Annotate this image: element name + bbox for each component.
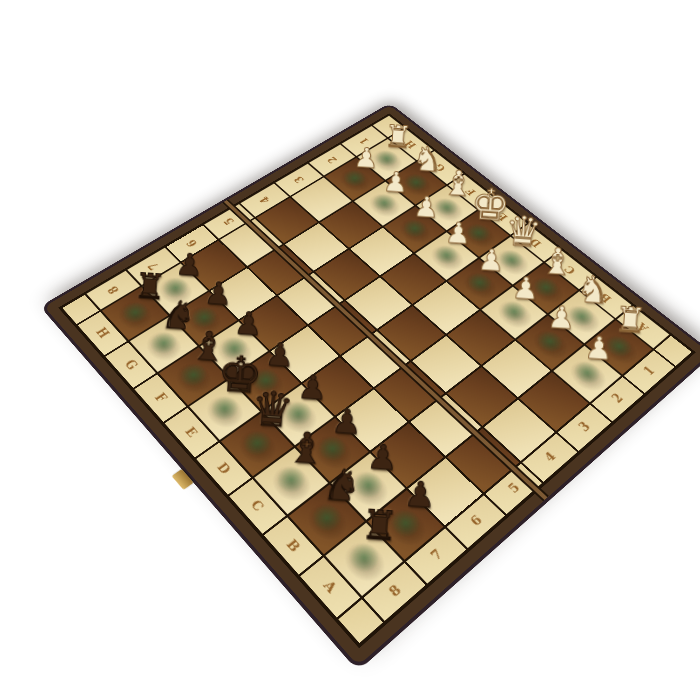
white-pawn[interactable]: ♟ bbox=[547, 302, 577, 335]
white-knight[interactable]: ♞ bbox=[412, 142, 444, 178]
black-pawn[interactable]: ♟ bbox=[234, 307, 264, 340]
rank-label-8: 8 bbox=[105, 284, 121, 296]
black-pawn[interactable]: ♟ bbox=[331, 404, 363, 440]
rank-label-5: 5 bbox=[505, 481, 523, 497]
rank-label-8: 8 bbox=[385, 582, 404, 600]
file-label-f: F bbox=[151, 391, 169, 405]
white-rook[interactable]: ♜ bbox=[384, 121, 413, 153]
edge-label-cell: 4 bbox=[522, 434, 577, 482]
black-pawn[interactable]: ♟ bbox=[265, 338, 296, 372]
black-pawn[interactable]: ♟ bbox=[297, 371, 329, 406]
white-knight[interactable]: ♞ bbox=[576, 271, 612, 310]
black-pawn[interactable]: ♟ bbox=[366, 440, 399, 476]
white-pawn[interactable]: ♟ bbox=[353, 144, 379, 173]
rank-label-4: 4 bbox=[541, 450, 558, 465]
white-pawn[interactable]: ♟ bbox=[413, 192, 440, 222]
file-label-g: G bbox=[121, 358, 139, 373]
white-pawn[interactable]: ♟ bbox=[477, 245, 506, 276]
file-label-e: E bbox=[182, 425, 200, 440]
file-label-h: H bbox=[93, 326, 112, 341]
white-bishop[interactable]: ♝ bbox=[442, 166, 475, 202]
file-label-c: C bbox=[248, 497, 267, 514]
rank-label-6: 6 bbox=[467, 513, 485, 530]
board-3d-wrapper: ABCDEFGH8♜♞♝♛♚♝♞♜87♟♟♟♟♟♟♟♟7665544332♟♟♟… bbox=[44, 105, 700, 665]
white-pawn[interactable]: ♟ bbox=[445, 218, 473, 249]
rank-label-2: 2 bbox=[609, 392, 626, 406]
black-pawn[interactable]: ♟ bbox=[204, 278, 234, 311]
black-pawn[interactable]: ♟ bbox=[404, 477, 438, 514]
black-knight[interactable]: ♞ bbox=[322, 463, 363, 509]
rank-label-1: 1 bbox=[641, 365, 658, 379]
white-rook[interactable]: ♜ bbox=[614, 303, 648, 340]
black-pawn[interactable]: ♟ bbox=[175, 249, 204, 281]
white-bishop[interactable]: ♝ bbox=[540, 243, 575, 281]
white-pawn[interactable]: ♟ bbox=[383, 168, 410, 198]
white-queen[interactable]: ♛ bbox=[504, 210, 544, 254]
rank-label-2: 2 bbox=[325, 155, 339, 165]
file-label-a: A bbox=[320, 578, 340, 597]
black-bishop[interactable]: ♝ bbox=[286, 426, 327, 471]
rank-label-7: 7 bbox=[427, 547, 445, 565]
file-label-b: B bbox=[283, 536, 303, 554]
rank-label-4: 4 bbox=[257, 195, 272, 205]
rank-label-3: 3 bbox=[576, 420, 593, 435]
chess-board: ABCDEFGH8♜♞♝♛♚♝♞♜87♟♟♟♟♟♟♟♟7665544332♟♟♟… bbox=[44, 105, 700, 665]
chess-set-photo: ABCDEFGH8♜♞♝♛♚♝♞♜87♟♟♟♟♟♟♟♟7665544332♟♟♟… bbox=[40, 16, 660, 684]
black-rook[interactable]: ♜ bbox=[360, 505, 399, 548]
rank-label-3: 3 bbox=[292, 175, 306, 185]
white-pawn[interactable]: ♟ bbox=[511, 273, 540, 305]
file-label-d: D bbox=[214, 460, 233, 477]
rank-label-5: 5 bbox=[222, 216, 237, 227]
white-pawn[interactable]: ♟ bbox=[584, 332, 614, 365]
